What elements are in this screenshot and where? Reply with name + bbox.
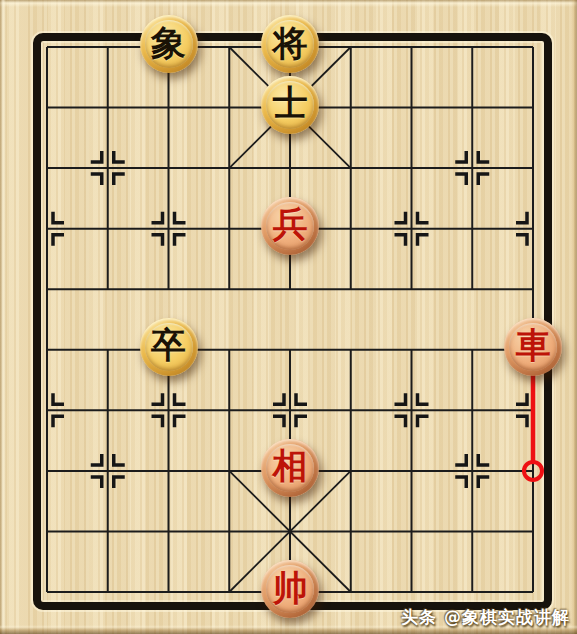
board-bevel-top bbox=[0, 0, 577, 7]
piece-face: 士 bbox=[266, 81, 314, 129]
piece-face: 兵 bbox=[266, 202, 314, 250]
piece-red-chariot[interactable]: 車 bbox=[504, 318, 562, 376]
watermark: 头条 @象棋实战讲解 bbox=[401, 606, 570, 629]
piece-glyph-red-chariot: 車 bbox=[516, 328, 551, 363]
piece-red-general[interactable]: 帅 bbox=[261, 560, 319, 618]
piece-glyph-black-advisor: 士 bbox=[273, 86, 308, 121]
piece-glyph-red-general: 帅 bbox=[273, 571, 308, 606]
watermark-text: 头条 @象棋实战讲解 bbox=[401, 607, 570, 627]
piece-red-soldier[interactable]: 兵 bbox=[261, 197, 319, 255]
piece-glyph-black-general: 将 bbox=[273, 26, 308, 61]
piece-black-advisor[interactable]: 士 bbox=[261, 76, 319, 134]
piece-glyph-black-soldier: 卒 bbox=[151, 328, 186, 363]
piece-glyph-black-elephant: 象 bbox=[151, 26, 186, 61]
piece-glyph-red-elephant: 相 bbox=[273, 449, 308, 484]
piece-face: 相 bbox=[266, 444, 314, 492]
piece-face: 将 bbox=[266, 20, 314, 68]
piece-face: 車 bbox=[509, 323, 557, 371]
board-bevel-left bbox=[0, 0, 6, 634]
piece-face: 象 bbox=[145, 20, 193, 68]
piece-face: 卒 bbox=[145, 323, 193, 371]
piece-black-general[interactable]: 将 bbox=[261, 15, 319, 73]
xiangqi-board: 象将士兵卒車相帅 头条 @象棋实战讲解 bbox=[0, 0, 577, 634]
board-bevel-right bbox=[571, 0, 577, 634]
piece-black-elephant[interactable]: 象 bbox=[140, 15, 198, 73]
piece-black-soldier[interactable]: 卒 bbox=[140, 318, 198, 376]
piece-face: 帅 bbox=[266, 565, 314, 613]
piece-glyph-red-soldier: 兵 bbox=[273, 207, 308, 242]
piece-red-elephant[interactable]: 相 bbox=[261, 439, 319, 497]
